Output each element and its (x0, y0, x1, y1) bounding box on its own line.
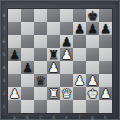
square-c8[interactable] (34, 9, 47, 22)
white-queen-e2[interactable]: ♛ (60, 87, 73, 100)
square-a7[interactable] (8, 22, 21, 35)
white-king-g2[interactable]: ♚ (86, 87, 99, 100)
file-label-d: d (47, 115, 60, 120)
square-d8[interactable] (47, 9, 60, 22)
black-pawn-g7[interactable]: ♟ (86, 22, 99, 35)
square-e1[interactable] (60, 100, 73, 113)
square-c5[interactable] (34, 48, 47, 61)
file-label-a: a (8, 115, 21, 120)
file-label-g: g (86, 115, 99, 120)
chess-board: ♚♟♟♟♟♟♜♟♟♟♛♟♟♟♜♛♚♟ (8, 9, 112, 113)
rank-label-3: 3 (1, 78, 7, 83)
black-pawn-a5[interactable]: ♟ (8, 48, 21, 61)
square-h5[interactable] (99, 48, 112, 61)
rank-label-8: 8 (1, 13, 7, 18)
white-pawn-a2[interactable]: ♟ (8, 87, 21, 100)
square-f3[interactable]: ♟ (73, 74, 86, 87)
square-f6[interactable] (73, 35, 86, 48)
white-pawn-h2[interactable]: ♟ (99, 87, 112, 100)
white-pawn-e5[interactable]: ♟ (60, 48, 73, 61)
square-f1[interactable] (73, 100, 86, 113)
square-a8[interactable] (8, 9, 21, 22)
square-e8[interactable] (60, 9, 73, 22)
square-b7[interactable] (21, 22, 34, 35)
square-c1[interactable] (34, 100, 47, 113)
rank-label-7: 7 (1, 26, 7, 31)
square-f2[interactable] (73, 87, 86, 100)
square-g7[interactable]: ♟ (86, 22, 99, 35)
chess-board-frame: ♚♟♟♟♟♟♜♟♟♟♛♟♟♟♜♛♚♟ 87654321abcdefgh (0, 0, 120, 120)
square-a2[interactable]: ♟ (8, 87, 21, 100)
square-b4[interactable]: ♟ (21, 61, 34, 74)
square-b6[interactable] (21, 35, 34, 48)
square-c2[interactable] (34, 87, 47, 100)
square-h1[interactable] (99, 100, 112, 113)
square-g6[interactable] (86, 35, 99, 48)
square-b1[interactable] (21, 100, 34, 113)
square-g1[interactable] (86, 100, 99, 113)
square-g5[interactable] (86, 48, 99, 61)
square-c7[interactable] (34, 22, 47, 35)
file-label-e: e (60, 115, 73, 120)
square-c6[interactable] (34, 35, 47, 48)
square-d7[interactable] (47, 22, 60, 35)
square-e5[interactable]: ♟ (60, 48, 73, 61)
square-f5[interactable] (73, 48, 86, 61)
file-label-f: f (73, 115, 86, 120)
square-d1[interactable] (47, 100, 60, 113)
square-a5[interactable]: ♟ (8, 48, 21, 61)
square-e2[interactable]: ♛ (60, 87, 73, 100)
square-b3[interactable] (21, 74, 34, 87)
rank-label-1: 1 (1, 104, 7, 109)
black-pawn-f7[interactable]: ♟ (73, 22, 86, 35)
square-b2[interactable] (21, 87, 34, 100)
file-label-c: c (34, 115, 47, 120)
rank-label-2: 2 (1, 91, 7, 96)
file-label-h: h (99, 115, 112, 120)
square-b8[interactable] (21, 9, 34, 22)
square-h7[interactable]: ♟ (99, 22, 112, 35)
square-h4[interactable] (99, 61, 112, 74)
square-h6[interactable] (99, 35, 112, 48)
square-h2[interactable]: ♟ (99, 87, 112, 100)
square-d2[interactable]: ♜ (47, 87, 60, 100)
file-label-b: b (21, 115, 34, 120)
black-pawn-h7[interactable]: ♟ (99, 22, 112, 35)
square-c3[interactable]: ♛ (34, 74, 47, 87)
white-pawn-d4[interactable]: ♟ (47, 61, 60, 74)
square-e4[interactable] (60, 61, 73, 74)
square-f7[interactable]: ♟ (73, 22, 86, 35)
black-queen-c3[interactable]: ♛ (34, 74, 47, 87)
square-a4[interactable] (8, 61, 21, 74)
rank-label-5: 5 (1, 52, 7, 57)
square-d4[interactable]: ♟ (47, 61, 60, 74)
white-rook-d2[interactable]: ♜ (47, 87, 60, 100)
square-a1[interactable] (8, 100, 21, 113)
white-pawn-f3[interactable]: ♟ (73, 74, 86, 87)
square-g2[interactable]: ♚ (86, 87, 99, 100)
rank-label-4: 4 (1, 65, 7, 70)
black-pawn-b4[interactable]: ♟ (21, 61, 34, 74)
rank-label-6: 6 (1, 39, 7, 44)
